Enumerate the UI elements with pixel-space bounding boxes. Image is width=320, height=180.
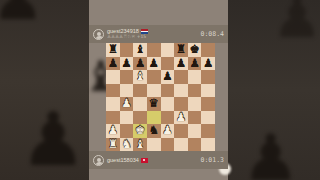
avatar-person-icon: [97, 158, 101, 162]
square-a7[interactable]: ♟: [106, 57, 120, 71]
square-h2[interactable]: [201, 124, 215, 138]
top-player-clock: 0:08.4: [201, 30, 224, 38]
square-f7[interactable]: ♟: [174, 57, 188, 71]
white-bishop: ♝: [135, 71, 145, 83]
chess-board[interactable]: ♜♝♜♚♟♟♟♟♟♟♟♝♟♟♛♟♟♚♞♟♜♞♝: [106, 43, 215, 151]
bottom-player-bar: guest158034 0:01.3: [89, 151, 228, 169]
square-g7[interactable]: ♟: [188, 57, 202, 71]
square-c5[interactable]: [133, 84, 147, 98]
square-c4[interactable]: [133, 97, 147, 111]
square-h1[interactable]: [201, 138, 215, 152]
bottom-player-avatar[interactable]: [93, 155, 104, 166]
black-king: ♚: [189, 44, 199, 56]
bottom-player-clock: 0:01.3: [201, 156, 224, 164]
top-player-captured-pieces: ♙♙♙♙♖♘♕ +15: [107, 35, 201, 40]
square-a1[interactable]: ♜: [106, 138, 120, 152]
square-e6[interactable]: ♟: [161, 70, 175, 84]
square-e1[interactable]: [161, 138, 175, 152]
square-g1[interactable]: [188, 138, 202, 152]
square-b1[interactable]: ♞: [120, 138, 134, 152]
square-f2[interactable]: [174, 124, 188, 138]
square-a4[interactable]: [106, 97, 120, 111]
white-bishop: ♝: [135, 138, 145, 150]
square-f3[interactable]: ♟: [174, 111, 188, 125]
video-frame: ♟♝♟♟♟ guest234918 ♙♙♙♙♖♘♕ +15 0:08.4 ♜♝♜…: [0, 0, 320, 180]
square-d7[interactable]: ♟: [147, 57, 161, 71]
square-g3[interactable]: [188, 111, 202, 125]
square-h5[interactable]: [201, 84, 215, 98]
black-pawn: ♟: [203, 57, 213, 69]
square-e8[interactable]: [161, 43, 175, 57]
black-pawn: ♟: [162, 71, 172, 83]
black-pawn: ♟: [189, 57, 199, 69]
black-pawn: ♟: [135, 57, 145, 69]
square-g6[interactable]: [188, 70, 202, 84]
square-d1[interactable]: [147, 138, 161, 152]
square-e5[interactable]: [161, 84, 175, 98]
square-g4[interactable]: [188, 97, 202, 111]
white-rook: ♜: [108, 138, 118, 150]
top-player-bar: guest234918 ♙♙♙♙♖♘♕ +15 0:08.4: [89, 25, 228, 43]
top-player-avatar[interactable]: [93, 29, 104, 40]
white-king: ♚: [135, 125, 145, 137]
square-h7[interactable]: ♟: [201, 57, 215, 71]
white-pawn: ♟: [108, 125, 118, 137]
white-pawn: ♟: [121, 98, 131, 110]
netherlands-flag-icon: [141, 29, 148, 34]
square-b4[interactable]: ♟: [120, 97, 134, 111]
square-h4[interactable]: [201, 97, 215, 111]
black-bishop: ♝: [135, 44, 145, 56]
square-d6[interactable]: [147, 70, 161, 84]
background-right-strip: [228, 0, 320, 180]
square-b7[interactable]: ♟: [120, 57, 134, 71]
bottom-player-name: guest158034: [107, 157, 139, 163]
red-flag-icon: [141, 158, 148, 163]
black-pawn: ♟: [108, 57, 118, 69]
white-knight: ♞: [121, 138, 131, 150]
black-pawn: ♟: [121, 57, 131, 69]
black-pawn: ♟: [149, 57, 159, 69]
square-b6[interactable]: [120, 70, 134, 84]
white-pawn: ♟: [176, 111, 186, 123]
background-left-strip: [0, 0, 89, 180]
square-f1[interactable]: [174, 138, 188, 152]
black-rook: ♜: [108, 44, 118, 56]
square-a6[interactable]: [106, 70, 120, 84]
avatar-person-icon: [96, 36, 103, 40]
square-h3[interactable]: [201, 111, 215, 125]
square-a5[interactable]: [106, 84, 120, 98]
square-f6[interactable]: [174, 70, 188, 84]
avatar-person-icon: [97, 32, 101, 36]
square-e2[interactable]: ♟: [161, 124, 175, 138]
square-g5[interactable]: [188, 84, 202, 98]
black-pawn: ♟: [176, 57, 186, 69]
square-c1[interactable]: ♝: [133, 138, 147, 152]
square-b3[interactable]: [120, 111, 134, 125]
square-g2[interactable]: [188, 124, 202, 138]
square-d2[interactable]: ♞: [147, 124, 161, 138]
black-queen: ♛: [149, 98, 159, 110]
black-knight: ♞: [149, 125, 159, 137]
black-rook: ♜: [176, 44, 186, 56]
square-e4[interactable]: [161, 97, 175, 111]
white-pawn: ♟: [162, 125, 172, 137]
square-f5[interactable]: [174, 84, 188, 98]
square-h6[interactable]: [201, 70, 215, 84]
square-c6[interactable]: ♝: [133, 70, 147, 84]
square-d4[interactable]: ♛: [147, 97, 161, 111]
avatar-person-icon: [96, 162, 103, 166]
